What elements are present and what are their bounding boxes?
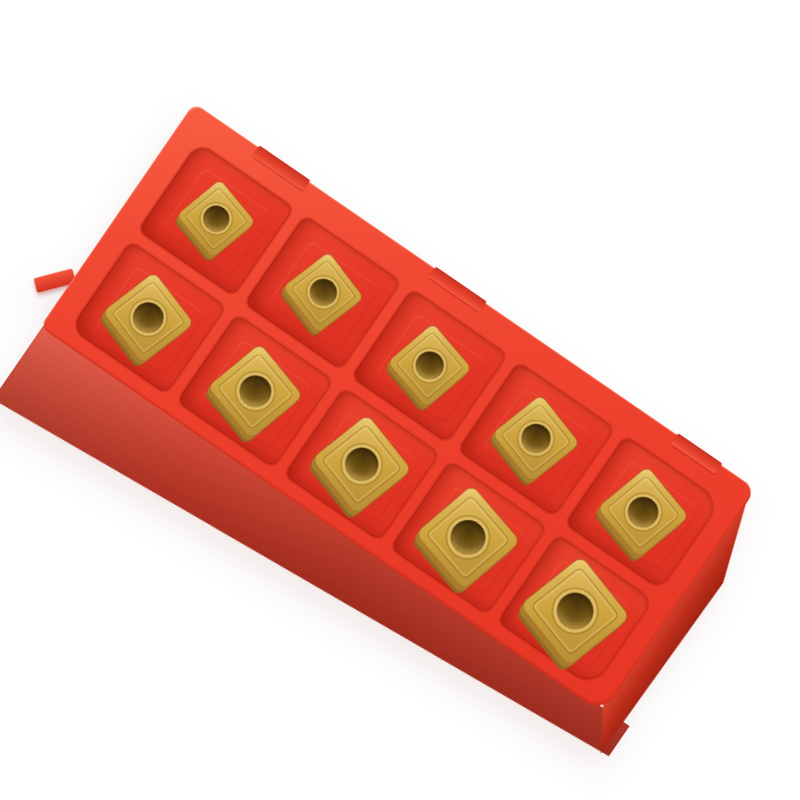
insert-center-hole — [339, 441, 386, 488]
insert-center-hole — [304, 273, 342, 311]
insert-center-hole — [621, 491, 664, 534]
insert-tray — [40, 103, 756, 713]
insert-center-hole — [516, 418, 557, 459]
carbide-insert — [312, 415, 411, 514]
carbide-insert — [103, 272, 194, 363]
insert-center-hole — [410, 346, 449, 385]
carbide-insert — [597, 467, 688, 558]
insert-center-hole — [127, 296, 170, 339]
photo-background — [0, 0, 800, 800]
insert-center-hole — [549, 585, 600, 636]
insert-center-hole — [233, 369, 278, 414]
insert-center-hole — [444, 513, 493, 562]
carbide-insert — [520, 556, 629, 665]
carbide-insert — [416, 485, 520, 589]
carbide-insert — [208, 343, 303, 438]
rim-notch — [671, 433, 723, 474]
insert-center-hole — [198, 201, 235, 238]
